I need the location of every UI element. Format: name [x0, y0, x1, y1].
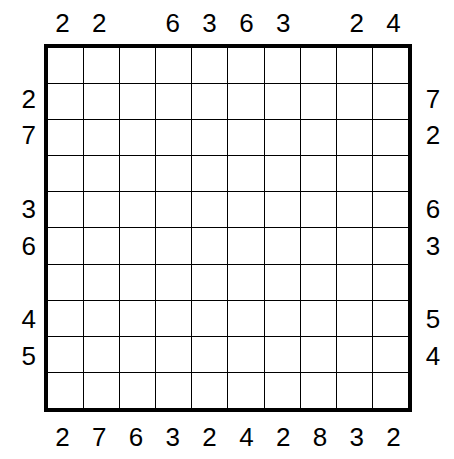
board-cell-r6c1[interactable] [48, 228, 83, 263]
board-cell-r1c6[interactable] [228, 48, 263, 83]
board-cell-r6c7[interactable] [265, 228, 300, 263]
board-cell-r8c7[interactable] [265, 301, 300, 336]
board-cell-r5c7[interactable] [265, 192, 300, 227]
clue-right-2: 7 [412, 81, 454, 118]
board-cell-r9c9[interactable] [337, 337, 372, 372]
board-cell-r2c1[interactable] [48, 84, 83, 119]
clue-top-3 [118, 0, 155, 40]
board-cell-r9c5[interactable] [192, 337, 227, 372]
board-cell-r8c10[interactable] [373, 301, 408, 336]
board-cell-r9c2[interactable] [84, 337, 119, 372]
board-cell-r4c5[interactable] [192, 156, 227, 191]
clue-top-10: 4 [375, 0, 412, 40]
board-cell-r8c3[interactable] [120, 301, 155, 336]
board-cell-r10c4[interactable] [156, 373, 191, 408]
board-cell-r8c4[interactable] [156, 301, 191, 336]
board-cell-r3c4[interactable] [156, 120, 191, 155]
clue-top-5: 3 [191, 0, 228, 40]
board-cell-r3c2[interactable] [84, 120, 119, 155]
board-cell-r10c10[interactable] [373, 373, 408, 408]
board-cell-r7c9[interactable] [337, 265, 372, 300]
clue-top-9: 2 [338, 0, 375, 40]
clue-left-3: 7 [0, 118, 40, 155]
clue-right-4 [412, 154, 454, 191]
clue-column-right: 726354 [412, 44, 454, 412]
board-cell-r6c8[interactable] [301, 228, 336, 263]
board-cell-r10c6[interactable] [228, 373, 263, 408]
board-cell-r5c1[interactable] [48, 192, 83, 227]
board-cell-r2c4[interactable] [156, 84, 191, 119]
clue-right-1 [412, 44, 454, 81]
clue-left-6: 6 [0, 228, 40, 265]
board-cell-r6c10[interactable] [373, 228, 408, 263]
board-cell-r3c7[interactable] [265, 120, 300, 155]
board-cell-r6c9[interactable] [337, 228, 372, 263]
board-cell-r7c4[interactable] [156, 265, 191, 300]
clue-right-7 [412, 265, 454, 302]
board-cell-r7c1[interactable] [48, 265, 83, 300]
board-cell-r4c4[interactable] [156, 156, 191, 191]
board-cell-r3c5[interactable] [192, 120, 227, 155]
clue-bottom-8: 8 [302, 412, 339, 459]
board-cell-r4c9[interactable] [337, 156, 372, 191]
board-cell-r9c3[interactable] [120, 337, 155, 372]
board-cell-r4c2[interactable] [84, 156, 119, 191]
board-cell-r7c6[interactable] [228, 265, 263, 300]
board-cell-r1c5[interactable] [192, 48, 227, 83]
clue-right-8: 5 [412, 302, 454, 339]
clue-bottom-3: 6 [118, 412, 155, 459]
board-cell-r3c3[interactable] [120, 120, 155, 155]
board-cell-r1c10[interactable] [373, 48, 408, 83]
clue-right-3: 2 [412, 118, 454, 155]
board-cell-r3c9[interactable] [337, 120, 372, 155]
clue-right-5: 6 [412, 191, 454, 228]
board-cell-r2c9[interactable] [337, 84, 372, 119]
board-cell-r8c9[interactable] [337, 301, 372, 336]
board-cell-r1c3[interactable] [120, 48, 155, 83]
board-cell-r6c5[interactable] [192, 228, 227, 263]
clue-left-5: 3 [0, 191, 40, 228]
board-cell-r9c8[interactable] [301, 337, 336, 372]
board-cell-r2c5[interactable] [192, 84, 227, 119]
clue-bottom-7: 2 [265, 412, 302, 459]
board-cell-r1c9[interactable] [337, 48, 372, 83]
board-cell-r8c5[interactable] [192, 301, 227, 336]
clue-bottom-1: 2 [44, 412, 81, 459]
board-cell-r2c6[interactable] [228, 84, 263, 119]
clue-left-4 [0, 154, 40, 191]
board-cell-r6c6[interactable] [228, 228, 263, 263]
board-cell-r6c4[interactable] [156, 228, 191, 263]
board-cell-r1c1[interactable] [48, 48, 83, 83]
board-cell-r3c8[interactable] [301, 120, 336, 155]
board-cell-r9c6[interactable] [228, 337, 263, 372]
board-cell-r2c3[interactable] [120, 84, 155, 119]
board-cell-r8c2[interactable] [84, 301, 119, 336]
board-cell-r2c2[interactable] [84, 84, 119, 119]
board-cell-r3c6[interactable] [228, 120, 263, 155]
clue-top-2: 2 [81, 0, 118, 40]
skyscrapers-puzzle: 22636324 273645 726354 2763242832 [0, 0, 454, 459]
board-cell-r7c10[interactable] [373, 265, 408, 300]
board-cell-r1c7[interactable] [265, 48, 300, 83]
clue-bottom-10: 2 [375, 412, 412, 459]
clue-top-8 [302, 0, 339, 40]
board-cell-r6c2[interactable] [84, 228, 119, 263]
board-cell-r5c9[interactable] [337, 192, 372, 227]
board-cell-r10c5[interactable] [192, 373, 227, 408]
clue-top-4: 6 [154, 0, 191, 40]
clue-right-9: 4 [412, 338, 454, 375]
clue-top-7: 3 [265, 0, 302, 40]
board-cell-r10c2[interactable] [84, 373, 119, 408]
board-cell-r5c6[interactable] [228, 192, 263, 227]
clue-left-2: 2 [0, 81, 40, 118]
board-cell-r7c7[interactable] [265, 265, 300, 300]
board-cell-r1c2[interactable] [84, 48, 119, 83]
board-cell-r7c8[interactable] [301, 265, 336, 300]
clue-bottom-9: 3 [338, 412, 375, 459]
board-cell-r9c4[interactable] [156, 337, 191, 372]
clue-bottom-6: 4 [228, 412, 265, 459]
board-cell-r8c6[interactable] [228, 301, 263, 336]
board-cell-r4c8[interactable] [301, 156, 336, 191]
clue-left-10 [0, 375, 40, 412]
board-cell-r1c4[interactable] [156, 48, 191, 83]
board-cell-r4c1[interactable] [48, 156, 83, 191]
clue-row-top: 22636324 [44, 0, 412, 40]
clue-left-8: 4 [0, 302, 40, 339]
board-cell-r2c8[interactable] [301, 84, 336, 119]
board-cell-r10c1[interactable] [48, 373, 83, 408]
puzzle-board [44, 44, 412, 412]
clue-top-6: 6 [228, 0, 265, 40]
clue-bottom-4: 3 [154, 412, 191, 459]
clue-row-bottom: 2763242832 [44, 412, 412, 459]
board-cell-r3c1[interactable] [48, 120, 83, 155]
board-cell-r1c8[interactable] [301, 48, 336, 83]
clue-left-7 [0, 265, 40, 302]
board-cell-r2c10[interactable] [373, 84, 408, 119]
clue-top-1: 2 [44, 0, 81, 40]
board-cell-r5c5[interactable] [192, 192, 227, 227]
board-cell-r4c10[interactable] [373, 156, 408, 191]
board-cell-r8c8[interactable] [301, 301, 336, 336]
board-cell-r5c4[interactable] [156, 192, 191, 227]
board-cell-r10c7[interactable] [265, 373, 300, 408]
clue-bottom-5: 2 [191, 412, 228, 459]
board-cell-r9c10[interactable] [373, 337, 408, 372]
board-cell-r8c1[interactable] [48, 301, 83, 336]
clue-left-1 [0, 44, 40, 81]
clue-column-left: 273645 [0, 44, 40, 412]
board-cell-r7c5[interactable] [192, 265, 227, 300]
clue-bottom-2: 7 [81, 412, 118, 459]
board-cell-r2c7[interactable] [265, 84, 300, 119]
clue-left-9: 5 [0, 338, 40, 375]
board-cell-r9c7[interactable] [265, 337, 300, 372]
board-cell-r6c3[interactable] [120, 228, 155, 263]
board-cell-r5c3[interactable] [120, 192, 155, 227]
board-cell-r5c10[interactable] [373, 192, 408, 227]
board-cell-r4c6[interactable] [228, 156, 263, 191]
board-cell-r10c8[interactable] [301, 373, 336, 408]
board-cell-r7c3[interactable] [120, 265, 155, 300]
board-cell-r5c2[interactable] [84, 192, 119, 227]
board-cell-r7c2[interactable] [84, 265, 119, 300]
board-cell-r5c8[interactable] [301, 192, 336, 227]
board-cell-r4c7[interactable] [265, 156, 300, 191]
board-cell-r10c9[interactable] [337, 373, 372, 408]
board-cell-r4c3[interactable] [120, 156, 155, 191]
board-cell-r10c3[interactable] [120, 373, 155, 408]
board-cell-r9c1[interactable] [48, 337, 83, 372]
clue-right-6: 3 [412, 228, 454, 265]
board-cell-r3c10[interactable] [373, 120, 408, 155]
clue-right-10 [412, 375, 454, 412]
